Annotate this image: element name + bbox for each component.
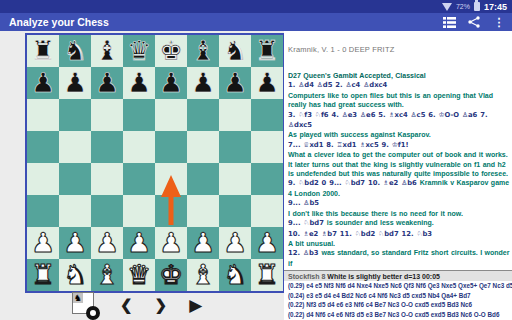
board-square[interactable] [219, 163, 251, 195]
comment-text: As played with success against Kasparov. [288, 131, 431, 138]
comment-text: was standard, so standard Fritz short ci… [288, 249, 509, 266]
board-square[interactable] [187, 195, 219, 227]
board-square[interactable] [251, 99, 283, 131]
notation-paragraph: I don't like this because there is no ne… [288, 209, 510, 218]
share-icon[interactable] [467, 15, 481, 29]
board-square[interactable] [251, 131, 283, 163]
white-pawn[interactable]: ♟ [219, 227, 251, 259]
board-square[interactable] [59, 195, 91, 227]
white-pawn[interactable]: ♟ [251, 227, 283, 259]
move-text[interactable]: 3. ♘f3 ♘f6 4. ♙e3 ♙e6 5. ♗xc4 ♙c5 6. ♔O-… [288, 111, 487, 129]
autoplay-button[interactable]: ▶ [189, 295, 202, 316]
engine-line[interactable]: (0.22) d4 Nf6 c4 e6 Nf3 d5 e3 Be7 Nc3 O-… [284, 310, 512, 320]
notation-paragraph: As played with success against Kasparov. [288, 130, 510, 139]
move-text[interactable]: 7... ♕xd1 8. ♖xd1 ♗xc5 9. ♔f1! [288, 141, 409, 149]
prev-move-button[interactable]: ❮ [120, 296, 133, 314]
app-title: Analyze your Chess [9, 16, 442, 28]
black-pawn[interactable]: ♟ [123, 67, 155, 99]
board-square[interactable] [27, 131, 59, 163]
black-rook[interactable]: ♜ [27, 35, 59, 67]
board-square[interactable] [59, 99, 91, 131]
notation-paragraph: 12. ♙b3 was standard, so standard Fritz … [288, 248, 510, 268]
board-square[interactable] [59, 163, 91, 195]
engine-line[interactable]: (0.29) e4 e5 Nf3 Nf6 d4 Nxe4 Nxe5 Nc6 Qf… [284, 281, 512, 291]
white-rook[interactable]: ♜ [251, 259, 283, 291]
game-list-icon[interactable] [442, 15, 456, 29]
comment-text: A bit unusual. [288, 240, 335, 247]
board-square[interactable] [123, 195, 155, 227]
white-bishop[interactable]: ♝ [187, 259, 219, 291]
board-square[interactable] [91, 163, 123, 195]
comment-text: Computers like to open files but this is… [288, 92, 493, 108]
board-square[interactable] [123, 131, 155, 163]
black-pawn[interactable]: ♟ [27, 67, 59, 99]
board-square[interactable] [59, 131, 91, 163]
piece-ring-icon [86, 306, 100, 320]
notation-paragraph: 9... ♙b5 [288, 198, 510, 208]
board-square[interactable] [91, 131, 123, 163]
engine-line[interactable]: (0.24) e3 e5 d4 e4 Bd2 Nc6 c4 Nf6 Nc3 d5… [284, 291, 512, 301]
board-square[interactable] [219, 195, 251, 227]
black-knight[interactable]: ♞ [219, 35, 251, 67]
comment-text: is sounder and less weakening. [327, 219, 434, 226]
comment-text: I don't like this because there is no ne… [288, 210, 463, 217]
mini-knight-icon: ♞ [73, 293, 83, 303]
black-king[interactable]: ♚ [155, 35, 187, 67]
move-text[interactable]: 1. ♙d4 ♙d5 2. ♙c4 ♙dxc4 [288, 81, 387, 89]
notation-paragraph: What a clever idea to get the computer o… [288, 150, 510, 178]
battery-percent: 72% [456, 3, 470, 10]
board-square[interactable] [123, 163, 155, 195]
engine-panel[interactable]: Stockfish 8 White is slightly better d=1… [284, 270, 512, 320]
black-queen[interactable]: ♛ [123, 35, 155, 67]
black-bishop[interactable]: ♝ [91, 35, 123, 67]
black-pawn[interactable]: ♟ [187, 67, 219, 99]
comment-text: What a clever idea to get the computer o… [288, 151, 508, 177]
notation-paragraph: 7... ♕xd1 8. ♖xd1 ♗xc5 9. ♔f1! [288, 140, 510, 150]
board-square[interactable] [187, 163, 219, 195]
engine-evaluation: White is slightly better d=13 00:05 [327, 273, 440, 280]
board-square[interactable] [219, 131, 251, 163]
white-pawn[interactable]: ♟ [27, 227, 59, 259]
board-square[interactable] [155, 195, 187, 227]
status-bar: 72% 17:45 [0, 0, 512, 13]
next-move-button[interactable]: ❯ [155, 296, 168, 314]
move-text[interactable]: 9. ♘bd2 0 9... ♘bd7 10. ♗e2 ♙b6 [288, 179, 420, 187]
overflow-menu-icon[interactable]: ⋮ [492, 15, 506, 29]
black-bishop[interactable]: ♝ [187, 35, 219, 67]
board-square[interactable] [219, 99, 251, 131]
board-square[interactable] [187, 99, 219, 131]
white-pawn[interactable]: ♟ [155, 227, 187, 259]
notation-paragraph: 9... ♘bd7 is sounder and less weakening. [288, 218, 510, 228]
white-pawn[interactable]: ♟ [91, 227, 123, 259]
black-pawn[interactable]: ♟ [91, 67, 123, 99]
board-square[interactable] [187, 131, 219, 163]
board-area: ♜♞♝♛♚♝♞♜♟♟♟♟♟♟♟♟♟♟♟♟♟♟♟♟♜♞♝♛♚♝♞♜ ♞ ❮ ❯ ▶ [0, 31, 284, 320]
move-text[interactable]: 12. ♙b3 [288, 249, 321, 257]
notation-paragraph: Computers like to open files but this is… [288, 91, 510, 110]
notation-panel[interactable]: Kramnik, V. 1 - 0 DEEP FRITZ D27 Queen's… [284, 31, 512, 320]
board-square[interactable] [91, 99, 123, 131]
board-square[interactable] [91, 195, 123, 227]
board-square[interactable] [155, 131, 187, 163]
black-knight[interactable]: ♞ [59, 35, 91, 67]
black-pawn[interactable]: ♟ [155, 67, 187, 99]
white-queen[interactable]: ♛ [123, 259, 155, 291]
board-square[interactable] [251, 163, 283, 195]
move-text[interactable]: 9... ♘bd7 [288, 219, 327, 227]
chess-board[interactable]: ♜♞♝♛♚♝♞♜♟♟♟♟♟♟♟♟♟♟♟♟♟♟♟♟♜♞♝♛♚♝♞♜ [25, 33, 285, 293]
black-pawn[interactable]: ♟ [59, 67, 91, 99]
opening-name: D27 Queen's Gambit Accepted, Classical [288, 72, 426, 79]
app-bar: Analyze your Chess ⋮ [0, 13, 512, 31]
board-square[interactable] [251, 195, 283, 227]
white-knight[interactable]: ♞ [59, 259, 91, 291]
black-rook[interactable]: ♜ [251, 35, 283, 67]
engine-line[interactable]: (0.22) Nf3 d5 d4 e6 e3 Nf6 c4 Be7 Nc3 O-… [284, 300, 512, 310]
white-knight[interactable]: ♞ [219, 259, 251, 291]
board-square[interactable] [27, 195, 59, 227]
engine-name: Stockfish 8 [288, 273, 325, 280]
board-square[interactable] [123, 99, 155, 131]
board-square[interactable] [155, 163, 187, 195]
white-pawn[interactable]: ♟ [187, 227, 219, 259]
white-pawn[interactable]: ♟ [59, 227, 91, 259]
black-pawn[interactable]: ♟ [219, 67, 251, 99]
setup-board-button[interactable]: ♞ [72, 292, 98, 318]
notation-paragraph: 10. ♗e2 ♗b7 11. ♘bd2 ♘bd7 12. ♘b3 [288, 229, 510, 239]
navigation-bar: ♞ ❮ ❯ ▶ [0, 292, 284, 318]
white-rook[interactable]: ♜ [27, 259, 59, 291]
engine-status-row: Stockfish 8 White is slightly better d=1… [284, 271, 512, 281]
move-text[interactable]: 10. ♗e2 ♗b7 11. ♘bd2 ♘bd7 12. ♘b3 [288, 230, 432, 238]
move-text[interactable]: 9... ♙b5 [288, 199, 319, 207]
white-king[interactable]: ♚ [155, 259, 187, 291]
board-square[interactable] [155, 99, 187, 131]
game-header: Kramnik, V. 1 - 0 DEEP FRITZ [288, 45, 510, 54]
white-pawn[interactable]: ♟ [123, 227, 155, 259]
notation-paragraph: A bit unusual. [288, 239, 510, 248]
notation-paragraph: D27 Queen's Gambit Accepted, Classical [288, 71, 510, 80]
notation-paragraph: 3. ♘f3 ♘f6 4. ♙e3 ♙e6 5. ♗xc4 ♙c5 6. ♔O-… [288, 110, 510, 131]
board-square[interactable] [27, 163, 59, 195]
wifi-icon [442, 3, 452, 11]
clock-time: 17:45 [484, 2, 507, 12]
notation-paragraph: 1. ♙d4 ♙d5 2. ♙c4 ♙dxc4 [288, 80, 510, 90]
black-pawn[interactable]: ♟ [251, 67, 283, 99]
notation-paragraph: 9. ♘bd2 0 9... ♘bd7 10. ♗e2 ♙b6 Kramnik … [288, 178, 510, 198]
board-square[interactable] [27, 99, 59, 131]
white-bishop[interactable]: ♝ [91, 259, 123, 291]
battery-icon [474, 2, 480, 11]
